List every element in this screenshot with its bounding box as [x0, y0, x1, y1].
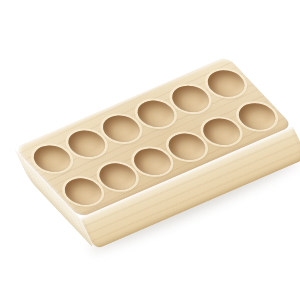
mancala-board [0, 0, 300, 300]
product-photo-scene [0, 0, 300, 300]
